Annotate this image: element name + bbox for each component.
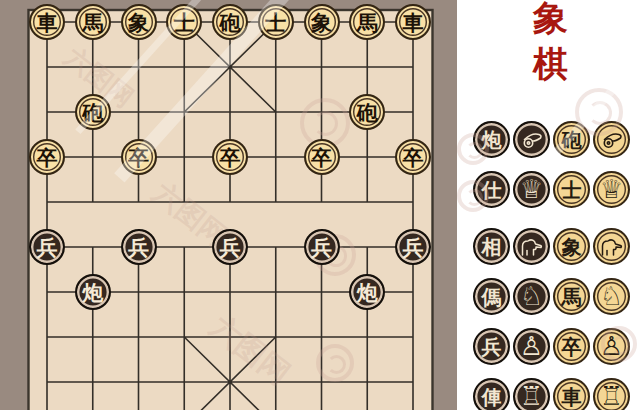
legend-row-rook: 俥♖車♖ [457,378,644,410]
pawn-icon: ♙ [513,328,550,365]
board-piece-兵: 兵 [121,229,157,265]
legend-sidebar: 象棋 炮砲仕♕士♕相象傌♘馬♘兵♙卒♙俥♖車♖ [457,0,644,410]
board-piece-象: 象 [121,4,157,40]
legend-piece-傌: 傌 [473,278,510,315]
cannon-icon [513,121,550,158]
board-piece-象: 象 [304,4,340,40]
board-piece-炮: 炮 [75,274,111,310]
knight-icon: ♘ [513,278,550,315]
poster-title: 象棋 [531,0,571,87]
legend-row-knight: 傌♘馬♘ [457,278,644,315]
watermark-spiral [457,133,489,165]
legend-piece-相: 相 [473,228,510,265]
watermark-spiral [316,344,354,382]
xiangqi-poster: 六图网 六图网 六图网 車馬象士砲士象馬車砲砲卒卒卒卒卒兵兵兵兵兵炮炮 象棋 炮… [0,0,644,410]
rook-icon: ♖ [593,378,630,410]
board-piece-兵: 兵 [395,229,431,265]
board-piece-卒: 卒 [395,139,431,175]
xiangqi-board: 六图网 六图网 六图网 車馬象士砲士象馬車砲砲卒卒卒卒卒兵兵兵兵兵炮炮 [0,0,457,410]
legend-row-elephant: 相象 [457,228,644,265]
legend-piece-象: 象 [553,228,590,265]
board-piece-砲: 砲 [349,94,385,130]
legend-piece-士: 士 [553,171,590,208]
elephant-icon [593,228,630,265]
board-piece-馬: 馬 [75,4,111,40]
legend-piece-俥: 俥 [473,378,510,410]
board-piece-炮: 炮 [349,274,385,310]
board-piece-卒: 卒 [212,139,248,175]
watermark-spiral [457,180,489,212]
legend-piece-車: 車 [553,378,590,410]
board-piece-兵: 兵 [304,229,340,265]
board-piece-馬: 馬 [349,4,385,40]
queen-icon: ♕ [513,171,550,208]
board-piece-兵: 兵 [29,229,65,265]
elephant-icon [513,228,550,265]
board-piece-兵: 兵 [212,229,248,265]
legend-piece-馬: 馬 [553,278,590,315]
board-piece-車: 車 [395,4,431,40]
watermark-spiral [601,326,637,362]
legend-piece-兵: 兵 [473,328,510,365]
legend-piece-卒: 卒 [553,328,590,365]
knight-icon: ♘ [593,278,630,315]
rook-icon: ♖ [513,378,550,410]
board-piece-車: 車 [29,4,65,40]
board-piece-卒: 卒 [304,139,340,175]
board-piece-卒: 卒 [29,139,65,175]
queen-icon: ♕ [593,171,630,208]
